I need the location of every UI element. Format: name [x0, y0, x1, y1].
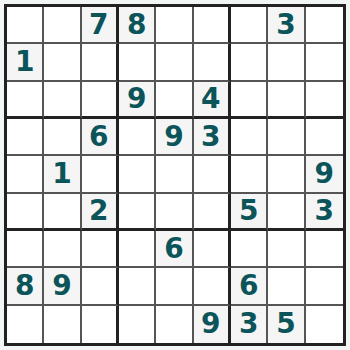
given-digit: 1	[52, 160, 71, 188]
cell-r6c5[interactable]	[156, 194, 193, 231]
cell-r4c7[interactable]	[231, 119, 268, 156]
cell-r9c5[interactable]	[156, 306, 193, 343]
cell-r8c5[interactable]	[156, 268, 193, 305]
cell-r6c8[interactable]	[268, 194, 305, 231]
cell-r4c6[interactable]: 3	[194, 119, 231, 156]
cell-r7c7[interactable]	[231, 231, 268, 268]
cell-r2c8[interactable]	[268, 44, 305, 81]
cell-r9c4[interactable]	[119, 306, 156, 343]
sudoku-board: 783194693192536896935	[4, 4, 346, 346]
cell-r1c2[interactable]	[44, 7, 81, 44]
cell-r9c7[interactable]: 3	[231, 306, 268, 343]
cell-r6c3[interactable]: 2	[82, 194, 119, 231]
cell-r7c3[interactable]	[82, 231, 119, 268]
cell-r2c5[interactable]	[156, 44, 193, 81]
given-digit: 3	[239, 310, 258, 338]
given-digit: 6	[239, 272, 258, 300]
given-digit: 9	[201, 310, 220, 338]
cell-r8c9[interactable]	[306, 268, 343, 305]
cell-r3c7[interactable]	[231, 82, 268, 119]
cell-r9c8[interactable]: 5	[268, 306, 305, 343]
cell-r8c8[interactable]	[268, 268, 305, 305]
cell-r1c3[interactable]: 7	[82, 7, 119, 44]
given-digit: 9	[315, 160, 334, 188]
cell-r8c2[interactable]: 9	[44, 268, 81, 305]
cell-r8c3[interactable]	[82, 268, 119, 305]
cell-r5c1[interactable]	[7, 156, 44, 193]
cell-r4c4[interactable]	[119, 119, 156, 156]
cell-r3c9[interactable]	[306, 82, 343, 119]
cell-r5c9[interactable]: 9	[306, 156, 343, 193]
cell-r1c5[interactable]	[156, 7, 193, 44]
cell-r5c5[interactable]	[156, 156, 193, 193]
cell-r8c6[interactable]	[194, 268, 231, 305]
cell-r7c8[interactable]	[268, 231, 305, 268]
given-digit: 3	[276, 11, 295, 39]
cell-r7c4[interactable]	[119, 231, 156, 268]
given-digit: 3	[201, 123, 220, 151]
cell-r2c7[interactable]	[231, 44, 268, 81]
cell-r8c1[interactable]: 8	[7, 268, 44, 305]
cell-r5c7[interactable]	[231, 156, 268, 193]
cell-r1c7[interactable]	[231, 7, 268, 44]
cell-r7c6[interactable]	[194, 231, 231, 268]
given-digit: 5	[239, 197, 258, 225]
cell-r8c7[interactable]: 6	[231, 268, 268, 305]
cell-r6c2[interactable]	[44, 194, 81, 231]
cell-r5c3[interactable]	[82, 156, 119, 193]
cell-r2c6[interactable]	[194, 44, 231, 81]
given-digit: 7	[89, 11, 108, 39]
cell-r4c1[interactable]	[7, 119, 44, 156]
cell-r7c9[interactable]	[306, 231, 343, 268]
cell-r5c8[interactable]	[268, 156, 305, 193]
cell-r6c7[interactable]: 5	[231, 194, 268, 231]
given-digit: 8	[15, 272, 34, 300]
cell-r5c6[interactable]	[194, 156, 231, 193]
cell-r4c8[interactable]	[268, 119, 305, 156]
cell-r9c3[interactable]	[82, 306, 119, 343]
cell-r2c9[interactable]	[306, 44, 343, 81]
cell-r3c5[interactable]	[156, 82, 193, 119]
cell-r3c1[interactable]	[7, 82, 44, 119]
given-digit: 1	[15, 48, 34, 76]
cell-r1c6[interactable]	[194, 7, 231, 44]
cell-r9c2[interactable]	[44, 306, 81, 343]
given-digit: 9	[52, 272, 71, 300]
cell-r1c9[interactable]	[306, 7, 343, 44]
cell-r4c3[interactable]: 6	[82, 119, 119, 156]
cell-r3c8[interactable]	[268, 82, 305, 119]
cell-r2c2[interactable]	[44, 44, 81, 81]
cell-r3c6[interactable]: 4	[194, 82, 231, 119]
cell-r4c5[interactable]: 9	[156, 119, 193, 156]
cell-r7c2[interactable]	[44, 231, 81, 268]
cell-r5c4[interactable]	[119, 156, 156, 193]
given-digit: 4	[201, 85, 220, 113]
cell-r8c4[interactable]	[119, 268, 156, 305]
cell-r5c2[interactable]: 1	[44, 156, 81, 193]
cell-r2c3[interactable]	[82, 44, 119, 81]
cell-r6c1[interactable]	[7, 194, 44, 231]
cell-r1c4[interactable]: 8	[119, 7, 156, 44]
cell-r6c6[interactable]	[194, 194, 231, 231]
cell-r2c1[interactable]: 1	[7, 44, 44, 81]
cell-r3c2[interactable]	[44, 82, 81, 119]
given-digit: 2	[89, 197, 108, 225]
cell-r6c4[interactable]	[119, 194, 156, 231]
cell-r1c8[interactable]: 3	[268, 7, 305, 44]
cell-r1c1[interactable]	[7, 7, 44, 44]
given-digit: 8	[127, 11, 146, 39]
cell-r9c9[interactable]	[306, 306, 343, 343]
cell-r7c5[interactable]: 6	[156, 231, 193, 268]
cell-r4c9[interactable]	[306, 119, 343, 156]
cell-r2c4[interactable]	[119, 44, 156, 81]
given-digit: 9	[127, 85, 146, 113]
given-digit: 5	[276, 310, 295, 338]
given-digit: 6	[164, 235, 183, 263]
cell-r4c2[interactable]	[44, 119, 81, 156]
cell-r3c4[interactable]: 9	[119, 82, 156, 119]
cell-r3c3[interactable]	[82, 82, 119, 119]
given-digit: 3	[315, 197, 334, 225]
cell-r6c9[interactable]: 3	[306, 194, 343, 231]
given-digit: 6	[89, 123, 108, 151]
cell-r9c6[interactable]: 9	[194, 306, 231, 343]
cell-r7c1[interactable]	[7, 231, 44, 268]
cell-r9c1[interactable]	[7, 306, 44, 343]
given-digit: 9	[164, 123, 183, 151]
